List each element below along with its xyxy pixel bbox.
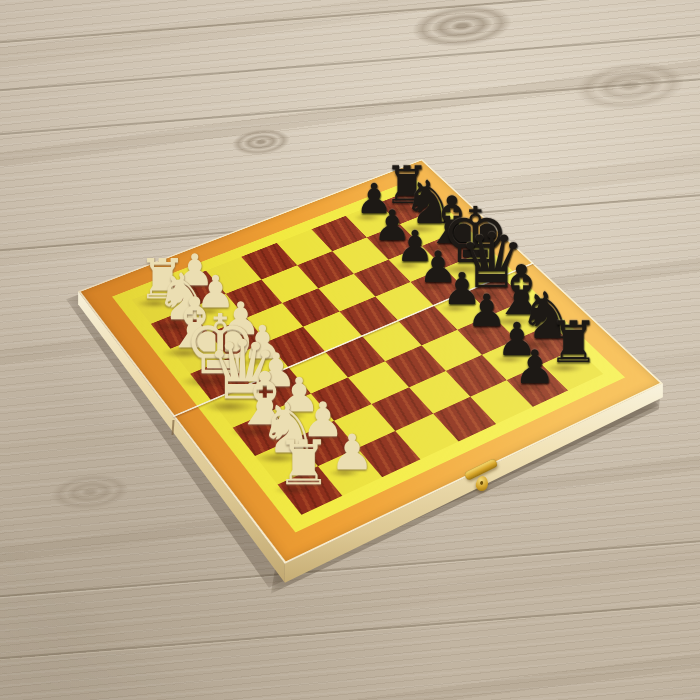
brass-clasp-charm <box>474 475 489 492</box>
piece-shadow <box>368 241 404 249</box>
piece-shadow <box>295 436 336 446</box>
piece-shadow <box>390 261 426 270</box>
piece-shadow <box>249 386 288 395</box>
piece-shadow <box>223 425 285 440</box>
piece-shadow <box>377 204 421 214</box>
piece-shadow <box>540 362 589 373</box>
piece-shadow <box>170 285 207 294</box>
brass-clasp <box>462 463 506 499</box>
piece-shadow <box>272 411 312 420</box>
piece-shadow <box>172 373 242 389</box>
photo-scene: ♜♟♞♟♝♟♚♟♟♛♜♟♟♝♞♟♟♞♝♟♟♜♚♟♟♛♟♝♟♞♟♜ <box>0 0 700 700</box>
piece-shadow <box>394 223 445 235</box>
piece-shadow <box>350 213 385 221</box>
piece-shadow <box>146 320 200 333</box>
piece-shadow <box>155 346 214 360</box>
piece-shadow <box>490 355 529 364</box>
piece-shadow <box>236 358 275 367</box>
piece-shadow <box>195 398 264 414</box>
piece-shadow <box>482 315 540 329</box>
piece-shadow <box>268 484 320 496</box>
piece-shadow <box>510 338 565 351</box>
piece-shadow <box>413 283 450 292</box>
piece-shadow <box>508 383 547 392</box>
piece-shadow <box>461 327 499 336</box>
